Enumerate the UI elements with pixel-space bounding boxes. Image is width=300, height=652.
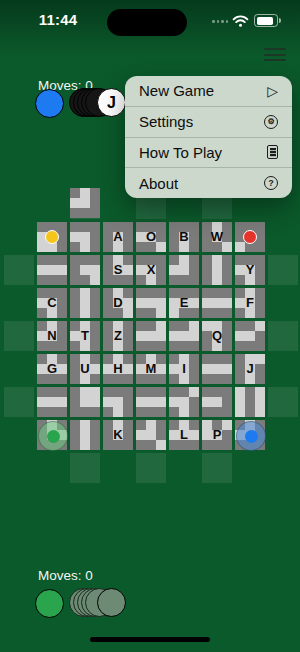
- board-tile-r1c4[interactable]: [169, 255, 199, 285]
- tile-cell: [80, 198, 90, 208]
- tile-cell: [156, 397, 166, 407]
- tile-cell: [136, 430, 146, 440]
- tile-cell: [222, 387, 232, 397]
- tile-letter: I: [169, 354, 199, 384]
- tile-cell: [80, 397, 90, 407]
- push-slot-left-row1[interactable]: [4, 255, 34, 285]
- board-tile-r3c3[interactable]: [136, 321, 166, 351]
- dropdown-menu: New Game▷Settings⚙How To PlayAbout?: [125, 76, 292, 198]
- tile-cell: [80, 275, 90, 285]
- hamburger-menu-icon[interactable]: [264, 48, 286, 64]
- tile-cell: [146, 308, 156, 318]
- tile-cell: [202, 275, 212, 285]
- board-tile-r1c3[interactable]: X: [136, 255, 166, 285]
- menu-item-label: How To Play: [139, 144, 222, 161]
- board-tile-r0c3[interactable]: O: [136, 222, 166, 252]
- tile-cell: [179, 321, 189, 331]
- tile-cell: [70, 208, 80, 218]
- tile-cell: [80, 440, 90, 450]
- tile-cell: [212, 298, 222, 308]
- tile-cell: [90, 387, 100, 397]
- board-tile-r2c3[interactable]: [136, 288, 166, 318]
- board-tile-r2c6[interactable]: F: [235, 288, 265, 318]
- tile-cell: [37, 397, 47, 407]
- tile-letter: M: [136, 354, 166, 384]
- tile-cell: [222, 288, 232, 298]
- tile-cell: [70, 255, 80, 265]
- tile-cell: [123, 407, 133, 417]
- tile-cell: [37, 387, 47, 397]
- board-tile-r6c6[interactable]: [235, 420, 265, 450]
- tile-cell: [47, 275, 57, 285]
- tile-cell: [255, 321, 265, 331]
- tile-cell: [57, 242, 67, 252]
- tile-cell: [156, 387, 166, 397]
- board-tile-r3c1[interactable]: T: [70, 321, 100, 351]
- board-tile-r3c6[interactable]: [235, 321, 265, 351]
- tile-letter: H: [103, 354, 133, 384]
- tile-cell: [136, 440, 146, 450]
- tile-cell: [90, 208, 100, 218]
- tile-cell: [123, 397, 133, 407]
- tile-cell: [37, 222, 47, 232]
- tile-cell: [57, 407, 67, 417]
- yellow-dot: [45, 230, 59, 244]
- tile-cell: [113, 397, 123, 407]
- tile-cell: [90, 275, 100, 285]
- board-tile-r2c5[interactable]: [202, 288, 232, 318]
- tile-cell: [189, 397, 199, 407]
- board-tile-r0c6[interactable]: [235, 222, 265, 252]
- tile-cell: [70, 440, 80, 450]
- push-slot-bottom-col1[interactable]: [70, 453, 100, 483]
- tile-cell: [202, 255, 212, 265]
- tile-cell: [202, 354, 212, 364]
- tile-cell: [189, 407, 199, 417]
- stack-front-piece[interactable]: J: [97, 88, 126, 117]
- tile-cell: [113, 407, 123, 417]
- tile-cell: [189, 275, 199, 285]
- tile-cell: [235, 331, 245, 341]
- bottom-piece-stack[interactable]: [69, 588, 129, 620]
- tile-cell: [169, 341, 179, 351]
- tile-cell: [80, 232, 90, 242]
- tile-cell: [202, 387, 212, 397]
- tile-cell: [169, 265, 179, 275]
- tile-cell: [70, 397, 80, 407]
- tile-cell: [156, 407, 166, 417]
- tile-cell: [245, 407, 255, 417]
- tile-cell: [212, 255, 222, 265]
- board-tile-r4c5[interactable]: [202, 354, 232, 384]
- blue-board-token[interactable]: [236, 421, 266, 451]
- tile-cell: [57, 275, 67, 285]
- board-tile-r4c6[interactable]: J: [235, 354, 265, 384]
- board-tile-r0c0[interactable]: [37, 222, 67, 252]
- tile-cell: [179, 407, 189, 417]
- push-slot-right-row5[interactable]: [268, 387, 298, 417]
- tile-cell: [146, 440, 156, 450]
- tile-cell: [70, 430, 80, 440]
- tile-letter: W: [202, 222, 232, 252]
- tile-cell: [222, 275, 232, 285]
- home-indicator: [90, 637, 210, 642]
- tile-cell: [146, 321, 156, 331]
- tile-cell: [189, 255, 199, 265]
- tile-cell: [70, 198, 80, 208]
- tile-cell: [47, 397, 57, 407]
- gear-circle-icon: ⚙: [264, 115, 278, 129]
- board-tile-r6c0[interactable]: [37, 420, 67, 450]
- tile-cell: [90, 232, 100, 242]
- tile-cell: [235, 407, 245, 417]
- board-tile-r0c1[interactable]: [70, 222, 100, 252]
- tile-cell: [245, 321, 255, 331]
- tile-cell: [169, 321, 179, 331]
- board-tile-r0c4[interactable]: B: [169, 222, 199, 252]
- board-tile-r6c3[interactable]: [136, 420, 166, 450]
- tile-cell: [255, 242, 265, 252]
- tile-cell: [70, 265, 80, 275]
- menu-item-label: About: [139, 175, 178, 192]
- tile-cell: [169, 275, 179, 285]
- board-tile-r3c4[interactable]: [169, 321, 199, 351]
- tile-letter: T: [70, 321, 100, 351]
- menu-item-settings[interactable]: Settings⚙: [125, 106, 292, 137]
- tile-cell: [90, 188, 100, 198]
- tile-cell: [136, 420, 146, 430]
- tile-letter: G: [37, 354, 67, 384]
- tile-cell: [90, 430, 100, 440]
- tile-cell: [37, 265, 47, 275]
- tile-cell: [222, 255, 232, 265]
- tile-cell: [90, 298, 100, 308]
- question-circle-icon: ?: [264, 176, 278, 190]
- board-tile-r0c2[interactable]: A: [103, 222, 133, 252]
- tile-cell: [179, 275, 189, 285]
- board-tile-r1c1[interactable]: [70, 255, 100, 285]
- tile-cell: [212, 288, 222, 298]
- tile-cell: [136, 288, 146, 298]
- tile-cell: [179, 397, 189, 407]
- tile-letter: E: [169, 288, 199, 318]
- board-tile-r4c0[interactable]: G: [37, 354, 67, 384]
- board-tile-r1c6[interactable]: Y: [235, 255, 265, 285]
- board-tile-r2c1[interactable]: [70, 288, 100, 318]
- board-tile-r2c2[interactable]: D: [103, 288, 133, 318]
- tile-letter: U: [70, 354, 100, 384]
- green-player-token[interactable]: [35, 589, 64, 618]
- tile-cell: [212, 397, 222, 407]
- tile-cell: [123, 387, 133, 397]
- tile-cell: [90, 407, 100, 417]
- tile-cell: [57, 222, 67, 232]
- tile-cell: [37, 407, 47, 417]
- tile-cell: [57, 397, 67, 407]
- board-tile-r6c1[interactable]: [70, 420, 100, 450]
- tile-cell: [245, 341, 255, 351]
- tile-cell: [202, 298, 212, 308]
- tile-cell: [47, 255, 57, 265]
- notch: [107, 9, 187, 36]
- tile-cell: [169, 407, 179, 417]
- tile-cell: [136, 407, 146, 417]
- tile-cell: [103, 407, 113, 417]
- tile-cell: [202, 374, 212, 384]
- tile-cell: [57, 255, 67, 265]
- bottom-moves-label: Moves: 0: [38, 568, 93, 583]
- tile-cell: [90, 288, 100, 298]
- tile-cell: [103, 387, 113, 397]
- tile-cell: [90, 420, 100, 430]
- push-slot-bottom-col5[interactable]: [202, 453, 232, 483]
- menu-item-about[interactable]: About?: [125, 167, 292, 198]
- push-slot-right-row3[interactable]: [268, 321, 298, 351]
- board-tile-r3c0[interactable]: N: [37, 321, 67, 351]
- tile-cell: [70, 407, 80, 417]
- board-tile-r3c5[interactable]: Q: [202, 321, 232, 351]
- tile-cell: [90, 440, 100, 450]
- tile-cell: [103, 397, 113, 407]
- board-tile-r5c4[interactable]: [169, 387, 199, 417]
- tile-cell: [212, 354, 222, 364]
- board-tile-r2c0[interactable]: C: [37, 288, 67, 318]
- tile-cell: [169, 255, 179, 265]
- board-tile-r2c4[interactable]: E: [169, 288, 199, 318]
- tile-cell: [57, 265, 67, 275]
- tile-cell: [189, 387, 199, 397]
- tile-cell: [202, 407, 212, 417]
- tile-cell: [222, 397, 232, 407]
- tile-cell: [222, 364, 232, 374]
- tile-cell: [70, 298, 80, 308]
- tile-cell: [212, 275, 222, 285]
- play-icon: ▷: [267, 84, 278, 98]
- board-tile-r5c5[interactable]: [202, 387, 232, 417]
- tile-letter: X: [136, 255, 166, 285]
- board-tile-r4c2[interactable]: H: [103, 354, 133, 384]
- tile-cell: [70, 275, 80, 285]
- tile-cell: [70, 232, 80, 242]
- tile-cell: [146, 420, 156, 430]
- tile-cell: [222, 407, 232, 417]
- tile-cell: [136, 397, 146, 407]
- tile-cell: [235, 321, 245, 331]
- tile-cell: [169, 397, 179, 407]
- tile-cell: [80, 420, 90, 430]
- board-tile-r5c1[interactable]: [70, 387, 100, 417]
- tile-cell: [146, 288, 156, 298]
- tile-cell: [90, 242, 100, 252]
- red-dot: [243, 230, 257, 244]
- tile-cell: [90, 255, 100, 265]
- tile-cell: [235, 242, 245, 252]
- app-screen: 11:44 Moves: 0 J New Game▷Settings⚙How T…: [0, 0, 300, 652]
- tile-letter: Z: [103, 321, 133, 351]
- tile-cell: [235, 341, 245, 351]
- tile-cell: [156, 288, 166, 298]
- board-tile-r4c3[interactable]: M: [136, 354, 166, 384]
- tile-letter: B: [169, 222, 199, 252]
- push-slot-left-row3[interactable]: [4, 321, 34, 351]
- tile-cell: [136, 387, 146, 397]
- tile-cell: [179, 265, 189, 275]
- tile-cell: [47, 387, 57, 397]
- tile-cell: [136, 341, 146, 351]
- tile-cell: [255, 331, 265, 341]
- board-tile-r0c5[interactable]: W: [202, 222, 232, 252]
- green-board-token-center: [47, 430, 60, 443]
- tile-letter: F: [235, 288, 265, 318]
- tile-cell: [136, 321, 146, 331]
- tile-cell: [80, 288, 90, 298]
- tile-cell: [156, 430, 166, 440]
- tile-cell: [146, 430, 156, 440]
- board-tile-r5c6[interactable]: [235, 387, 265, 417]
- menu-item-label: Settings: [139, 113, 193, 130]
- tile-cell: [136, 298, 146, 308]
- cellular-signal-icon: [212, 20, 228, 23]
- battery-icon: [254, 14, 278, 27]
- tile-cell: [156, 331, 166, 341]
- tile-cell: [222, 298, 232, 308]
- tile-cell: [156, 341, 166, 351]
- blue-board-token-center: [245, 430, 258, 443]
- tile-cell: [136, 308, 146, 318]
- board-tile-r4c4[interactable]: I: [169, 354, 199, 384]
- tile-cell: [235, 397, 245, 407]
- blue-player-token[interactable]: [35, 89, 64, 118]
- green-board-token[interactable]: [38, 421, 68, 451]
- tile-cell: [245, 331, 255, 341]
- tile-cell: [189, 265, 199, 275]
- tile-cell: [113, 387, 123, 397]
- tile-cell: [146, 397, 156, 407]
- tile-cell: [70, 387, 80, 397]
- top-piece-stack[interactable]: J: [69, 88, 129, 120]
- board: AOBWSXYCDEFNTZQGUHMIJKLP: [37, 222, 265, 450]
- board-tile-r5c3[interactable]: [136, 387, 166, 417]
- tile-letter: J: [235, 354, 265, 384]
- tile-cell: [80, 308, 90, 318]
- tile-cell: [80, 430, 90, 440]
- spare-tile-piece[interactable]: [70, 188, 100, 218]
- tile-cell: [70, 242, 80, 252]
- tile-cell: [202, 265, 212, 275]
- tile-cell: [37, 242, 47, 252]
- tile-cell: [90, 265, 100, 275]
- tile-cell: [136, 331, 146, 341]
- tile-cell: [255, 387, 265, 397]
- tile-cell: [37, 275, 47, 285]
- tile-cell: [80, 387, 90, 397]
- tile-cell: [222, 374, 232, 384]
- push-slot-bottom-col3[interactable]: [136, 453, 166, 483]
- tile-cell: [80, 407, 90, 417]
- tile-cell: [156, 321, 166, 331]
- board-tile-r5c0[interactable]: [37, 387, 67, 417]
- board-tile-r5c2[interactable]: [103, 387, 133, 417]
- tile-cell: [80, 208, 90, 218]
- tile-cell: [169, 387, 179, 397]
- tile-cell: [156, 308, 166, 318]
- board-tile-r1c5[interactable]: [202, 255, 232, 285]
- tile-letter: Y: [235, 255, 265, 285]
- tile-letter: O: [136, 222, 166, 252]
- tile-letter: C: [37, 288, 67, 318]
- menu-item-how-to-play[interactable]: How To Play: [125, 137, 292, 168]
- tile-cell: [235, 387, 245, 397]
- tile-cell: [90, 222, 100, 232]
- tile-cell: [90, 397, 100, 407]
- tile-cell: [156, 440, 166, 450]
- tile-cell: [255, 222, 265, 232]
- tile-cell: [245, 397, 255, 407]
- board-tile-r6c5[interactable]: P: [202, 420, 232, 450]
- tile-cell: [70, 308, 80, 318]
- tile-letter: S: [103, 255, 133, 285]
- board-tile-r3c2[interactable]: Z: [103, 321, 133, 351]
- tile-cell: [146, 298, 156, 308]
- tile-cell: [222, 354, 232, 364]
- tile-cell: [47, 407, 57, 417]
- menu-item-label: New Game: [139, 82, 214, 99]
- tile-cell: [222, 265, 232, 275]
- tile-letter: N: [37, 321, 67, 351]
- tile-cell: [179, 341, 189, 351]
- tile-cell: [146, 387, 156, 397]
- tile-cell: [202, 364, 212, 374]
- tile-cell: [57, 387, 67, 397]
- tile-cell: [80, 255, 90, 265]
- wifi-icon: [232, 13, 249, 31]
- stack-front-piece[interactable]: [97, 588, 126, 617]
- tile-cell: [179, 331, 189, 341]
- tile-cell: [212, 387, 222, 397]
- tile-cell: [212, 308, 222, 318]
- tile-cell: [212, 265, 222, 275]
- push-slot-left-row5[interactable]: [4, 387, 34, 417]
- tile-cell: [189, 321, 199, 331]
- tile-cell: [179, 255, 189, 265]
- board-tile-r4c1[interactable]: U: [70, 354, 100, 384]
- tile-cell: [169, 331, 179, 341]
- tile-cell: [80, 222, 90, 232]
- board-tile-r6c4[interactable]: L: [169, 420, 199, 450]
- tile-cell: [90, 308, 100, 318]
- tile-cell: [146, 341, 156, 351]
- tile-letter: K: [103, 420, 133, 450]
- tile-cell: [255, 397, 265, 407]
- menu-item-new-game[interactable]: New Game▷: [125, 76, 292, 106]
- push-slot-right-row1[interactable]: [268, 255, 298, 285]
- tile-cell: [80, 298, 90, 308]
- tile-cell: [202, 288, 212, 298]
- tile-cell: [156, 298, 166, 308]
- tile-cell: [222, 308, 232, 318]
- status-time: 11:44: [30, 11, 86, 28]
- tile-cell: [255, 407, 265, 417]
- board-tile-r6c2[interactable]: K: [103, 420, 133, 450]
- tile-cell: [189, 341, 199, 351]
- document-icon: [267, 145, 278, 159]
- tile-letter: Q: [202, 321, 232, 351]
- tile-cell: [37, 255, 47, 265]
- tile-cell: [90, 198, 100, 208]
- board-tile-r1c2[interactable]: S: [103, 255, 133, 285]
- board-tile-r1c0[interactable]: [37, 255, 67, 285]
- tile-cell: [80, 265, 90, 275]
